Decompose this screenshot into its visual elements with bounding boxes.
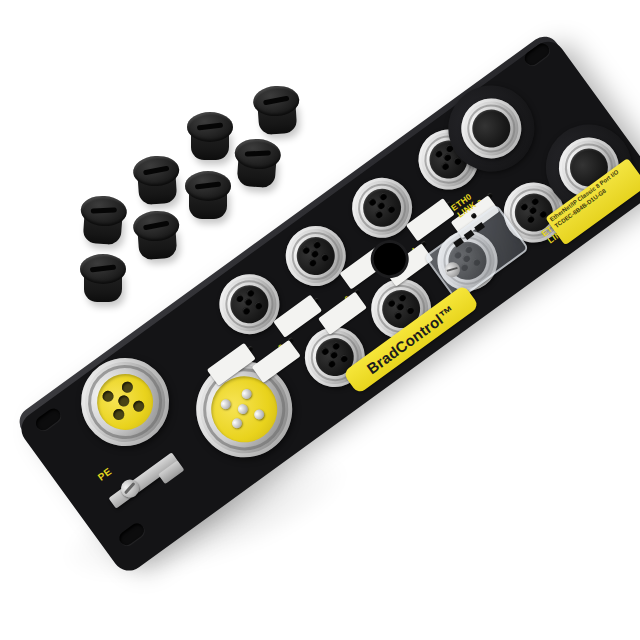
protective-cap [78,194,128,249]
mounting-slot [522,41,552,68]
m12-io-port [208,262,292,346]
pe-label: PE [96,466,113,483]
window-screw [442,259,463,280]
protective-cap [132,154,182,209]
protective-cap [132,209,182,264]
product-photo-scene: PE 75318642 [0,0,640,640]
m12-io-port [340,166,424,250]
dip-switch [453,237,464,247]
protective-cap [232,137,282,192]
protective-cap [80,254,126,306]
m12-io-port [274,214,358,298]
dip-switch [464,230,475,240]
protective-cap [187,112,233,164]
dip-switch [474,222,485,232]
protective-cap [185,171,231,223]
mounting-slot [33,406,63,433]
mounting-slot [117,521,147,548]
power-in-connector [64,340,187,463]
protective-cap [252,84,302,139]
